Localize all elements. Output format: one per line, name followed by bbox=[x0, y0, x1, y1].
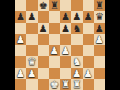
square-c5[interactable] bbox=[38, 34, 49, 45]
square-g3[interactable] bbox=[83, 56, 94, 67]
square-f1[interactable]: ♜ bbox=[71, 79, 82, 90]
square-d1[interactable]: ♚ bbox=[49, 79, 60, 90]
piece-black-rook[interactable]: ♜ bbox=[50, 0, 59, 11]
square-a1[interactable] bbox=[15, 79, 26, 90]
piece-white-king[interactable]: ♚ bbox=[50, 79, 59, 90]
square-d7[interactable] bbox=[49, 11, 60, 22]
square-d2[interactable] bbox=[49, 68, 60, 79]
square-h5[interactable]: ♟ bbox=[94, 34, 105, 45]
square-e2[interactable] bbox=[60, 68, 71, 79]
square-d3[interactable] bbox=[49, 56, 60, 67]
chess-app-background: ♚♜♜♟♟♟♟♟♛♟♟♞♟♟♟♟♟♛♞♟♟♟♟♚♜♜ bbox=[0, 0, 120, 90]
square-g5[interactable] bbox=[83, 34, 94, 45]
square-d6[interactable] bbox=[49, 23, 60, 34]
square-a6[interactable] bbox=[15, 23, 26, 34]
piece-white-pawn[interactable]: ♟ bbox=[95, 34, 104, 45]
square-c1[interactable] bbox=[38, 79, 49, 90]
square-b8[interactable] bbox=[26, 0, 37, 11]
piece-white-pawn[interactable]: ♟ bbox=[50, 45, 59, 56]
square-h7[interactable]: ♛ bbox=[94, 11, 105, 22]
piece-white-pawn[interactable]: ♟ bbox=[84, 68, 93, 79]
square-f4[interactable] bbox=[71, 45, 82, 56]
square-e7[interactable]: ♟ bbox=[60, 11, 71, 22]
piece-black-pawn[interactable]: ♟ bbox=[84, 11, 93, 22]
piece-white-pawn[interactable]: ♟ bbox=[61, 45, 70, 56]
square-b4[interactable] bbox=[26, 45, 37, 56]
square-h4[interactable] bbox=[94, 45, 105, 56]
square-d5[interactable] bbox=[49, 34, 60, 45]
square-e5[interactable] bbox=[60, 34, 71, 45]
square-a2[interactable]: ♟ bbox=[15, 68, 26, 79]
piece-black-rook[interactable]: ♜ bbox=[95, 0, 104, 11]
right-black-bar bbox=[105, 0, 120, 90]
square-d4[interactable]: ♟ bbox=[49, 45, 60, 56]
piece-white-pawn[interactable]: ♟ bbox=[27, 68, 36, 79]
square-h8[interactable]: ♜ bbox=[94, 0, 105, 11]
square-e1[interactable]: ♜ bbox=[60, 79, 71, 90]
square-c8[interactable]: ♚ bbox=[38, 0, 49, 11]
square-b1[interactable] bbox=[26, 79, 37, 90]
square-e6[interactable]: ♟ bbox=[60, 23, 71, 34]
square-f2[interactable]: ♟ bbox=[71, 68, 82, 79]
left-black-bar bbox=[0, 0, 15, 90]
piece-white-rook[interactable]: ♜ bbox=[72, 79, 81, 90]
piece-white-knight[interactable]: ♞ bbox=[72, 56, 81, 67]
square-f3[interactable]: ♞ bbox=[71, 56, 82, 67]
square-h2[interactable] bbox=[94, 68, 105, 79]
square-a4[interactable] bbox=[15, 45, 26, 56]
square-h1[interactable] bbox=[94, 79, 105, 90]
square-c6[interactable]: ♟ bbox=[38, 23, 49, 34]
square-g1[interactable] bbox=[83, 79, 94, 90]
square-a5[interactable]: ♟ bbox=[15, 34, 26, 45]
piece-white-pawn[interactable]: ♟ bbox=[16, 68, 25, 79]
piece-white-rook[interactable]: ♜ bbox=[61, 79, 70, 90]
square-f6[interactable]: ♞ bbox=[71, 23, 82, 34]
square-e3[interactable] bbox=[60, 56, 71, 67]
square-h3[interactable] bbox=[94, 56, 105, 67]
piece-black-pawn[interactable]: ♟ bbox=[61, 23, 70, 34]
square-b2[interactable]: ♟ bbox=[26, 68, 37, 79]
square-a8[interactable] bbox=[15, 0, 26, 11]
square-b5[interactable] bbox=[26, 34, 37, 45]
piece-black-pawn[interactable]: ♟ bbox=[39, 23, 48, 34]
square-f5[interactable] bbox=[71, 34, 82, 45]
square-f8[interactable] bbox=[71, 0, 82, 11]
piece-black-pawn[interactable]: ♟ bbox=[27, 11, 36, 22]
piece-black-pawn[interactable]: ♟ bbox=[61, 11, 70, 22]
piece-black-knight[interactable]: ♞ bbox=[72, 23, 81, 34]
square-c3[interactable] bbox=[38, 56, 49, 67]
piece-black-pawn[interactable]: ♟ bbox=[95, 23, 104, 34]
square-h6[interactable]: ♟ bbox=[94, 23, 105, 34]
square-g4[interactable] bbox=[83, 45, 94, 56]
square-a7[interactable]: ♟ bbox=[15, 11, 26, 22]
piece-black-queen[interactable]: ♛ bbox=[95, 11, 104, 22]
square-c4[interactable] bbox=[38, 45, 49, 56]
square-f7[interactable]: ♟ bbox=[71, 11, 82, 22]
square-d8[interactable]: ♜ bbox=[49, 0, 60, 11]
square-b7[interactable]: ♟ bbox=[26, 11, 37, 22]
square-c2[interactable] bbox=[38, 68, 49, 79]
square-e4[interactable]: ♟ bbox=[60, 45, 71, 56]
square-b3[interactable]: ♛ bbox=[26, 56, 37, 67]
piece-black-pawn[interactable]: ♟ bbox=[16, 11, 25, 22]
chess-board[interactable]: ♚♜♜♟♟♟♟♟♛♟♟♞♟♟♟♟♟♛♞♟♟♟♟♚♜♜ bbox=[15, 0, 105, 90]
square-e8[interactable] bbox=[60, 0, 71, 11]
piece-white-pawn[interactable]: ♟ bbox=[16, 34, 25, 45]
square-c7[interactable] bbox=[38, 11, 49, 22]
piece-white-pawn[interactable]: ♟ bbox=[72, 68, 81, 79]
square-g2[interactable]: ♟ bbox=[83, 68, 94, 79]
square-b6[interactable] bbox=[26, 23, 37, 34]
piece-black-pawn[interactable]: ♟ bbox=[72, 11, 81, 22]
square-g8[interactable] bbox=[83, 0, 94, 11]
square-g7[interactable]: ♟ bbox=[83, 11, 94, 22]
piece-black-king[interactable]: ♚ bbox=[39, 0, 48, 11]
square-g6[interactable] bbox=[83, 23, 94, 34]
piece-white-queen[interactable]: ♛ bbox=[27, 56, 36, 67]
square-a3[interactable] bbox=[15, 56, 26, 67]
